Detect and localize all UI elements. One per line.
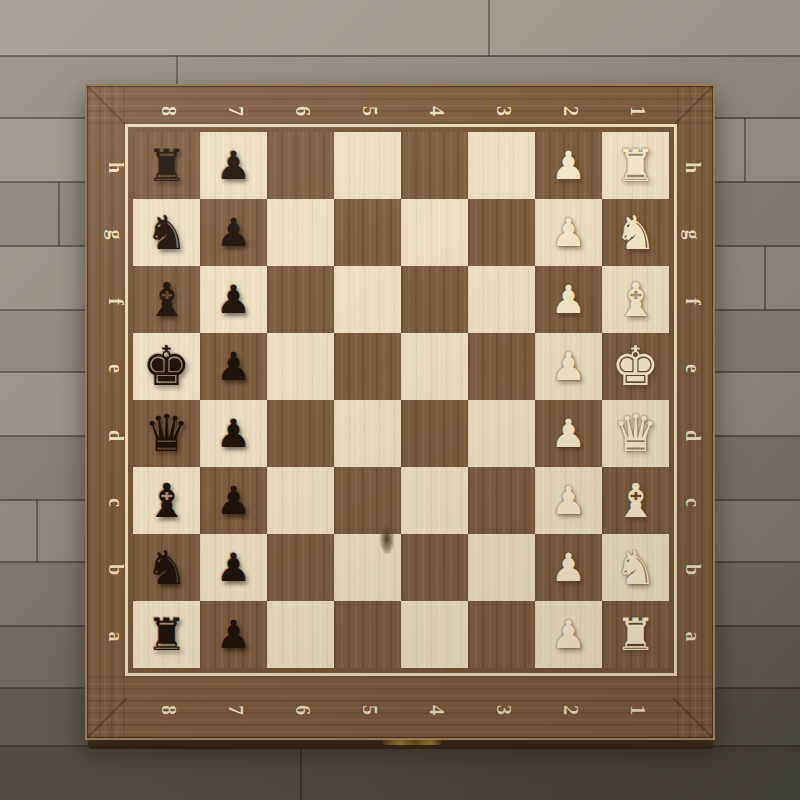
piece-white-rook-h1[interactable]: ♜ (615, 143, 655, 188)
square-a2[interactable]: ♟ (535, 601, 602, 668)
square-g4[interactable] (401, 199, 468, 266)
piece-black-pawn-e7[interactable]: ♟ (216, 347, 251, 386)
scene: ♜♟♟♜♞♟♟♞♝♟♟♝♚♟♟♚♛♟♟♛♝♟♟♝♞♟♟♞♜♟♟♜ 8765432… (0, 0, 800, 800)
square-d8[interactable]: ♛ (133, 400, 200, 467)
square-f1[interactable]: ♝ (602, 266, 669, 333)
frame-band-right (677, 86, 713, 738)
square-b2[interactable]: ♟ (535, 534, 602, 601)
piece-black-knight-b8[interactable]: ♞ (145, 544, 187, 591)
square-b1[interactable]: ♞ (602, 534, 669, 601)
square-a7[interactable]: ♟ (200, 601, 267, 668)
piece-white-pawn-e2[interactable]: ♟ (551, 347, 586, 386)
square-g5[interactable] (334, 199, 401, 266)
piece-white-pawn-f2[interactable]: ♟ (551, 280, 586, 319)
square-d2[interactable]: ♟ (535, 400, 602, 467)
piece-white-pawn-g2[interactable]: ♟ (551, 213, 586, 252)
square-e5[interactable] (334, 333, 401, 400)
square-c1[interactable]: ♝ (602, 467, 669, 534)
square-g6[interactable] (267, 199, 334, 266)
piece-black-bishop-c8[interactable]: ♝ (145, 477, 187, 524)
square-d1[interactable]: ♛ (602, 400, 669, 467)
square-a3[interactable] (468, 601, 535, 668)
piece-black-rook-h8[interactable]: ♜ (146, 143, 186, 188)
piece-black-pawn-b7[interactable]: ♟ (216, 548, 251, 587)
piece-white-bishop-c1[interactable]: ♝ (614, 477, 656, 524)
chess-board: ♜♟♟♜♞♟♟♞♝♟♟♝♚♟♟♚♛♟♟♛♝♟♟♝♞♟♟♞♜♟♟♜ 8765432… (85, 84, 715, 740)
square-f8[interactable]: ♝ (133, 266, 200, 333)
piece-white-queen-d1[interactable]: ♛ (613, 408, 659, 459)
piece-black-bishop-f8[interactable]: ♝ (145, 276, 187, 323)
frame-band-top (87, 86, 713, 124)
square-e3[interactable] (468, 333, 535, 400)
square-e6[interactable] (267, 333, 334, 400)
square-d3[interactable] (468, 400, 535, 467)
piece-white-pawn-b2[interactable]: ♟ (551, 548, 586, 587)
square-d4[interactable] (401, 400, 468, 467)
square-d6[interactable] (267, 400, 334, 467)
square-g7[interactable]: ♟ (200, 199, 267, 266)
square-h6[interactable] (267, 132, 334, 199)
square-g3[interactable] (468, 199, 535, 266)
frame-band-left (87, 86, 125, 738)
square-g2[interactable]: ♟ (535, 199, 602, 266)
square-c2[interactable]: ♟ (535, 467, 602, 534)
piece-black-pawn-d7[interactable]: ♟ (216, 414, 251, 453)
square-a1[interactable]: ♜ (602, 601, 669, 668)
square-e8[interactable]: ♚ (133, 333, 200, 400)
square-c6[interactable] (267, 467, 334, 534)
square-a8[interactable]: ♜ (133, 601, 200, 668)
square-h7[interactable]: ♟ (200, 132, 267, 199)
square-b5[interactable] (334, 534, 401, 601)
frame-band-bottom (87, 676, 713, 738)
piece-black-knight-g8[interactable]: ♞ (145, 209, 187, 256)
square-h8[interactable]: ♜ (133, 132, 200, 199)
piece-black-pawn-a7[interactable]: ♟ (216, 615, 251, 654)
square-g8[interactable]: ♞ (133, 199, 200, 266)
board-grid: ♜♟♟♜♞♟♟♞♝♟♟♝♚♟♟♚♛♟♟♛♝♟♟♝♞♟♟♞♜♟♟♜ (133, 132, 669, 668)
square-h4[interactable] (401, 132, 468, 199)
piece-black-pawn-h7[interactable]: ♟ (216, 146, 251, 185)
square-e1[interactable]: ♚ (602, 333, 669, 400)
square-c3[interactable] (468, 467, 535, 534)
square-b6[interactable] (267, 534, 334, 601)
maple-inlay-border: ♜♟♟♜♞♟♟♞♝♟♟♝♚♟♟♚♛♟♟♛♝♟♟♝♞♟♟♞♜♟♟♜ (125, 124, 677, 676)
piece-white-pawn-d2[interactable]: ♟ (551, 414, 586, 453)
square-e2[interactable]: ♟ (535, 333, 602, 400)
square-b4[interactable] (401, 534, 468, 601)
piece-black-pawn-g7[interactable]: ♟ (216, 213, 251, 252)
square-d5[interactable] (334, 400, 401, 467)
square-h2[interactable]: ♟ (535, 132, 602, 199)
square-b7[interactable]: ♟ (200, 534, 267, 601)
square-f4[interactable] (401, 266, 468, 333)
piece-black-pawn-c7[interactable]: ♟ (216, 481, 251, 520)
square-g1[interactable]: ♞ (602, 199, 669, 266)
piece-white-rook-a1[interactable]: ♜ (615, 612, 655, 657)
square-e4[interactable] (401, 333, 468, 400)
square-c7[interactable]: ♟ (200, 467, 267, 534)
square-c5[interactable] (334, 467, 401, 534)
piece-white-pawn-c2[interactable]: ♟ (551, 481, 586, 520)
piece-black-king-e8[interactable]: ♚ (142, 340, 190, 394)
square-h1[interactable]: ♜ (602, 132, 669, 199)
square-b3[interactable] (468, 534, 535, 601)
piece-white-king-e1[interactable]: ♚ (611, 340, 659, 394)
piece-white-pawn-a2[interactable]: ♟ (551, 615, 586, 654)
square-a5[interactable] (334, 601, 401, 668)
piece-white-knight-b1[interactable]: ♞ (614, 544, 656, 591)
square-a4[interactable] (401, 601, 468, 668)
square-b8[interactable]: ♞ (133, 534, 200, 601)
square-c4[interactable] (401, 467, 468, 534)
square-a6[interactable] (267, 601, 334, 668)
square-f6[interactable] (267, 266, 334, 333)
square-f2[interactable]: ♟ (535, 266, 602, 333)
square-d7[interactable]: ♟ (200, 400, 267, 467)
piece-black-rook-a8[interactable]: ♜ (146, 612, 186, 657)
square-h5[interactable] (334, 132, 401, 199)
square-h3[interactable] (468, 132, 535, 199)
square-c8[interactable]: ♝ (133, 467, 200, 534)
piece-white-pawn-h2[interactable]: ♟ (551, 146, 586, 185)
square-e7[interactable]: ♟ (200, 333, 267, 400)
square-f5[interactable] (334, 266, 401, 333)
piece-white-bishop-f1[interactable]: ♝ (614, 276, 656, 323)
square-f7[interactable]: ♟ (200, 266, 267, 333)
piece-black-pawn-f7[interactable]: ♟ (216, 280, 251, 319)
piece-black-queen-d8[interactable]: ♛ (144, 408, 190, 459)
square-f3[interactable] (468, 266, 535, 333)
piece-white-knight-g1[interactable]: ♞ (614, 209, 656, 256)
